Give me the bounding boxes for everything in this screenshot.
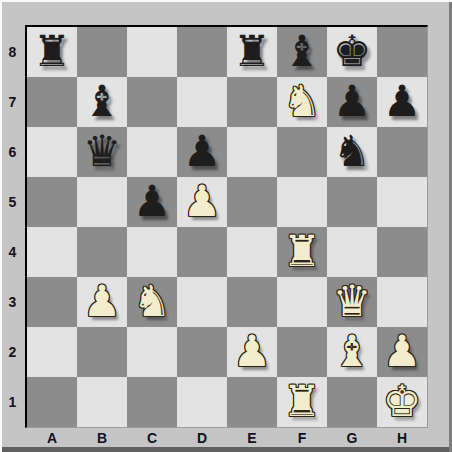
piece-white-knight[interactable]: ♞ xyxy=(283,80,322,123)
square-e3[interactable] xyxy=(227,277,277,327)
rank-label-2: 2 xyxy=(0,327,25,377)
piece-black-pawn[interactable]: ♟ xyxy=(333,80,372,123)
square-d4[interactable] xyxy=(177,227,227,277)
square-c5[interactable]: ♟ xyxy=(127,177,177,227)
square-g2[interactable]: ♝ xyxy=(327,327,377,377)
square-g1[interactable] xyxy=(327,377,377,427)
square-b3[interactable]: ♟ xyxy=(77,277,127,327)
square-d3[interactable] xyxy=(177,277,227,327)
square-c4[interactable] xyxy=(127,227,177,277)
square-f8[interactable]: ♝ xyxy=(277,27,327,77)
piece-black-bishop[interactable]: ♝ xyxy=(283,30,322,73)
square-b2[interactable] xyxy=(77,327,127,377)
file-label-a: A xyxy=(27,428,77,448)
square-f4[interactable]: ♜ xyxy=(277,227,327,277)
square-c8[interactable] xyxy=(127,27,177,77)
piece-white-king[interactable]: ♚ xyxy=(383,380,422,423)
square-b5[interactable] xyxy=(77,177,127,227)
square-e7[interactable] xyxy=(227,77,277,127)
piece-white-pawn[interactable]: ♟ xyxy=(383,330,422,373)
square-a7[interactable] xyxy=(27,77,77,127)
square-a1[interactable] xyxy=(27,377,77,427)
square-h1[interactable]: ♚ xyxy=(377,377,427,427)
file-label-c: C xyxy=(127,428,177,448)
piece-black-pawn[interactable]: ♟ xyxy=(183,130,222,173)
square-g7[interactable]: ♟ xyxy=(327,77,377,127)
file-label-g: G xyxy=(327,428,377,448)
square-g5[interactable] xyxy=(327,177,377,227)
square-c3[interactable]: ♞ xyxy=(127,277,177,327)
square-e4[interactable] xyxy=(227,227,277,277)
square-b6[interactable]: ♛ xyxy=(77,127,127,177)
piece-white-pawn[interactable]: ♟ xyxy=(183,180,222,223)
square-b1[interactable] xyxy=(77,377,127,427)
file-label-h: H xyxy=(377,428,427,448)
piece-white-queen[interactable]: ♛ xyxy=(333,280,372,323)
square-f2[interactable] xyxy=(277,327,327,377)
square-h5[interactable] xyxy=(377,177,427,227)
square-e5[interactable] xyxy=(227,177,277,227)
square-c2[interactable] xyxy=(127,327,177,377)
square-b7[interactable]: ♝ xyxy=(77,77,127,127)
rank-label-4: 4 xyxy=(0,227,25,277)
square-d5[interactable]: ♟ xyxy=(177,177,227,227)
piece-white-bishop[interactable]: ♝ xyxy=(333,330,372,373)
file-labels: A B C D E F G H xyxy=(27,428,427,448)
rank-label-8: 8 xyxy=(0,27,25,77)
square-d7[interactable] xyxy=(177,77,227,127)
square-f5[interactable] xyxy=(277,177,327,227)
piece-white-pawn[interactable]: ♟ xyxy=(233,330,272,373)
square-h4[interactable] xyxy=(377,227,427,277)
square-a3[interactable] xyxy=(27,277,77,327)
square-a4[interactable] xyxy=(27,227,77,277)
square-a2[interactable] xyxy=(27,327,77,377)
rank-label-6: 6 xyxy=(0,127,25,177)
square-d6[interactable]: ♟ xyxy=(177,127,227,177)
square-h2[interactable]: ♟ xyxy=(377,327,427,377)
rank-label-7: 7 xyxy=(0,77,25,127)
file-label-d: D xyxy=(177,428,227,448)
square-d1[interactable] xyxy=(177,377,227,427)
piece-black-pawn[interactable]: ♟ xyxy=(133,180,172,223)
square-h8[interactable] xyxy=(377,27,427,77)
square-b4[interactable] xyxy=(77,227,127,277)
square-h3[interactable] xyxy=(377,277,427,327)
square-e1[interactable] xyxy=(227,377,277,427)
square-e6[interactable] xyxy=(227,127,277,177)
piece-white-rook[interactable]: ♜ xyxy=(283,230,322,273)
piece-white-rook[interactable]: ♜ xyxy=(283,380,322,423)
rank-label-1: 1 xyxy=(0,377,25,427)
square-g6[interactable]: ♞ xyxy=(327,127,377,177)
square-a5[interactable] xyxy=(27,177,77,227)
file-label-f: F xyxy=(277,428,327,448)
chess-board: ♜♜♝♚♝♞♟♟♛♟♞♟♟♜♟♞♛♟♝♟♜♚ xyxy=(25,25,428,428)
square-c1[interactable] xyxy=(127,377,177,427)
square-c7[interactable] xyxy=(127,77,177,127)
piece-black-knight[interactable]: ♞ xyxy=(333,130,372,173)
piece-white-knight[interactable]: ♞ xyxy=(133,280,172,323)
square-f6[interactable] xyxy=(277,127,327,177)
square-h7[interactable]: ♟ xyxy=(377,77,427,127)
square-d2[interactable] xyxy=(177,327,227,377)
square-g3[interactable]: ♛ xyxy=(327,277,377,327)
square-f7[interactable]: ♞ xyxy=(277,77,327,127)
square-a8[interactable]: ♜ xyxy=(27,27,77,77)
piece-black-pawn[interactable]: ♟ xyxy=(383,80,422,123)
square-e2[interactable]: ♟ xyxy=(227,327,277,377)
square-h6[interactable] xyxy=(377,127,427,177)
piece-black-bishop[interactable]: ♝ xyxy=(83,80,122,123)
rank-label-5: 5 xyxy=(0,177,25,227)
piece-black-king[interactable]: ♚ xyxy=(333,30,372,73)
square-g8[interactable]: ♚ xyxy=(327,27,377,77)
rank-labels: 8 7 6 5 4 3 2 1 xyxy=(0,27,25,427)
square-d8[interactable] xyxy=(177,27,227,77)
piece-black-rook[interactable]: ♜ xyxy=(33,30,72,73)
square-f3[interactable] xyxy=(277,277,327,327)
square-a6[interactable] xyxy=(27,127,77,177)
square-c6[interactable] xyxy=(127,127,177,177)
piece-black-rook[interactable]: ♜ xyxy=(233,30,272,73)
chess-diagram-frame: ♜♜♝♚♝♞♟♟♛♟♞♟♟♜♟♞♛♟♝♟♜♚ 8 7 6 5 4 3 2 1 A… xyxy=(0,0,452,452)
square-b8[interactable] xyxy=(77,27,127,77)
square-f1[interactable]: ♜ xyxy=(277,377,327,427)
file-label-b: B xyxy=(77,428,127,448)
rank-label-3: 3 xyxy=(0,277,25,327)
piece-black-queen[interactable]: ♛ xyxy=(83,130,122,173)
piece-white-pawn[interactable]: ♟ xyxy=(83,280,122,323)
file-label-e: E xyxy=(227,428,277,448)
square-e8[interactable]: ♜ xyxy=(227,27,277,77)
square-g4[interactable] xyxy=(327,227,377,277)
